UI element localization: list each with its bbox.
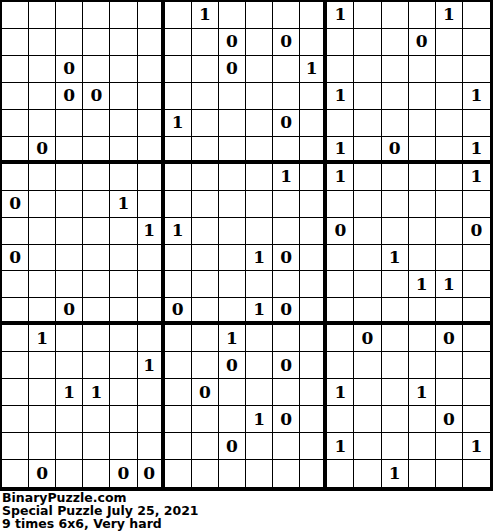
empty-cell-r18c9[interactable]	[219, 460, 246, 487]
empty-cell-r4c12[interactable]	[300, 83, 327, 110]
empty-cell-r11c2[interactable]	[29, 271, 56, 298]
given-cell-r13c9: 1	[219, 325, 246, 352]
empty-cell-r4c15[interactable]	[382, 83, 409, 110]
empty-cell-r3c8[interactable]	[192, 56, 219, 83]
empty-cell-r5c10[interactable]	[246, 110, 273, 137]
empty-cell-r3c7[interactable]	[165, 56, 192, 83]
empty-cell-r8c8[interactable]	[192, 191, 219, 218]
empty-cell-r14c8[interactable]	[192, 352, 219, 379]
empty-cell-r3c1[interactable]	[2, 56, 29, 83]
empty-cell-r18c14[interactable]	[354, 460, 381, 487]
empty-cell-r1c9[interactable]	[219, 2, 246, 29]
empty-cell-r12c2[interactable]	[29, 298, 56, 325]
empty-cell-r7c15[interactable]	[382, 164, 409, 191]
empty-cell-r12c13[interactable]	[327, 298, 354, 325]
empty-cell-r16c6[interactable]	[138, 406, 165, 433]
empty-cell-r12c4[interactable]	[83, 298, 110, 325]
empty-cell-r2c3[interactable]	[56, 29, 83, 56]
given-cell-r12c3: 0	[56, 298, 83, 325]
empty-cell-r4c11[interactable]	[273, 83, 300, 110]
empty-cell-r18c16[interactable]	[409, 460, 436, 487]
empty-cell-r10c5[interactable]	[110, 245, 137, 272]
empty-cell-r8c17[interactable]	[436, 191, 463, 218]
empty-cell-r1c2[interactable]	[29, 2, 56, 29]
empty-cell-r6c1[interactable]	[2, 137, 29, 164]
empty-cell-r14c1[interactable]	[2, 352, 29, 379]
empty-cell-r15c11[interactable]	[273, 379, 300, 406]
empty-cell-r18c11[interactable]	[273, 460, 300, 487]
empty-cell-r18c13[interactable]	[327, 460, 354, 487]
empty-cell-r4c1[interactable]	[2, 83, 29, 110]
given-cell-r7c11: 1	[273, 164, 300, 191]
empty-cell-r15c9[interactable]	[219, 379, 246, 406]
empty-cell-r8c14[interactable]	[354, 191, 381, 218]
empty-cell-r5c8[interactable]	[192, 110, 219, 137]
empty-cell-r9c9[interactable]	[219, 218, 246, 245]
empty-cell-r9c10[interactable]	[246, 218, 273, 245]
given-cell-r2c11: 0	[273, 29, 300, 56]
given-cell-r14c11: 0	[273, 352, 300, 379]
empty-cell-r11c7[interactable]	[165, 271, 192, 298]
empty-cell-r11c5[interactable]	[110, 271, 137, 298]
empty-cell-r8c13[interactable]	[327, 191, 354, 218]
empty-cell-r15c15[interactable]	[382, 379, 409, 406]
empty-cell-r3c18[interactable]	[463, 56, 490, 83]
empty-cell-r2c10[interactable]	[246, 29, 273, 56]
empty-cell-r17c6[interactable]	[138, 433, 165, 460]
empty-cell-r16c5[interactable]	[110, 406, 137, 433]
empty-cell-r12c17[interactable]	[436, 298, 463, 325]
empty-cell-r17c8[interactable]	[192, 433, 219, 460]
empty-cell-r8c18[interactable]	[463, 191, 490, 218]
empty-cell-r5c2[interactable]	[29, 110, 56, 137]
empty-cell-r16c7[interactable]	[165, 406, 192, 433]
empty-cell-r7c4[interactable]	[83, 164, 110, 191]
empty-cell-r4c6[interactable]	[138, 83, 165, 110]
empty-cell-r11c1[interactable]	[2, 271, 29, 298]
empty-cell-r5c6[interactable]	[138, 110, 165, 137]
empty-cell-r6c10[interactable]	[246, 137, 273, 164]
empty-cell-r8c10[interactable]	[246, 191, 273, 218]
empty-cell-r7c7[interactable]	[165, 164, 192, 191]
empty-cell-r16c8[interactable]	[192, 406, 219, 433]
empty-cell-r3c16[interactable]	[409, 56, 436, 83]
empty-cell-r7c10[interactable]	[246, 164, 273, 191]
given-cell-r18c5: 0	[110, 460, 137, 487]
empty-cell-r8c12[interactable]	[300, 191, 327, 218]
empty-cell-r15c7[interactable]	[165, 379, 192, 406]
empty-cell-r4c2[interactable]	[29, 83, 56, 110]
empty-cell-r12c18[interactable]	[463, 298, 490, 325]
empty-cell-r4c17[interactable]	[436, 83, 463, 110]
empty-cell-r6c14[interactable]	[354, 137, 381, 164]
given-cell-r6c13: 1	[327, 137, 354, 164]
empty-cell-r11c12[interactable]	[300, 271, 327, 298]
empty-cell-r10c2[interactable]	[29, 245, 56, 272]
empty-cell-r16c14[interactable]	[354, 406, 381, 433]
empty-cell-r1c1[interactable]	[2, 2, 29, 29]
given-cell-r12c10: 1	[246, 298, 273, 325]
empty-cell-r6c3[interactable]	[56, 137, 83, 164]
empty-cell-r11c15[interactable]	[382, 271, 409, 298]
given-cell-r12c7: 0	[165, 298, 192, 325]
empty-cell-r11c18[interactable]	[463, 271, 490, 298]
given-cell-r12c11: 0	[273, 298, 300, 325]
empty-cell-r9c11[interactable]	[273, 218, 300, 245]
empty-cell-r10c12[interactable]	[300, 245, 327, 272]
empty-cell-r4c9[interactable]	[219, 83, 246, 110]
empty-cell-r17c2[interactable]	[29, 433, 56, 460]
empty-cell-r9c2[interactable]	[29, 218, 56, 245]
empty-cell-r15c12[interactable]	[300, 379, 327, 406]
empty-cell-r2c1[interactable]	[2, 29, 29, 56]
empty-cell-r5c12[interactable]	[300, 110, 327, 137]
empty-cell-r6c7[interactable]	[165, 137, 192, 164]
empty-cell-r7c5[interactable]	[110, 164, 137, 191]
empty-cell-r7c12[interactable]	[300, 164, 327, 191]
empty-cell-r13c1[interactable]	[2, 325, 29, 352]
empty-cell-r7c2[interactable]	[29, 164, 56, 191]
empty-cell-r15c10[interactable]	[246, 379, 273, 406]
empty-cell-r6c11[interactable]	[273, 137, 300, 164]
given-cell-r10c15: 1	[382, 245, 409, 272]
empty-cell-r15c1[interactable]	[2, 379, 29, 406]
empty-cell-r5c13[interactable]	[327, 110, 354, 137]
empty-cell-r17c5[interactable]	[110, 433, 137, 460]
empty-cell-r14c18[interactable]	[463, 352, 490, 379]
empty-cell-r12c9[interactable]	[219, 298, 246, 325]
empty-cell-r6c17[interactable]	[436, 137, 463, 164]
empty-cell-r15c14[interactable]	[354, 379, 381, 406]
empty-cell-r10c8[interactable]	[192, 245, 219, 272]
empty-cell-r11c11[interactable]	[273, 271, 300, 298]
empty-cell-r7c3[interactable]	[56, 164, 83, 191]
empty-cell-r12c12[interactable]	[300, 298, 327, 325]
empty-cell-r14c3[interactable]	[56, 352, 83, 379]
given-cell-r4c18: 1	[463, 83, 490, 110]
empty-cell-r5c5[interactable]	[110, 110, 137, 137]
empty-cell-r16c4[interactable]	[83, 406, 110, 433]
given-cell-r10c10: 1	[246, 245, 273, 272]
given-cell-r17c13: 1	[327, 433, 354, 460]
empty-cell-r8c4[interactable]	[83, 191, 110, 218]
given-cell-r16c11: 0	[273, 406, 300, 433]
empty-cell-r4c10[interactable]	[246, 83, 273, 110]
empty-cell-r7c17[interactable]	[436, 164, 463, 191]
empty-cell-r10c6[interactable]	[138, 245, 165, 272]
empty-cell-r16c15[interactable]	[382, 406, 409, 433]
empty-cell-r16c12[interactable]	[300, 406, 327, 433]
empty-cell-r10c4[interactable]	[83, 245, 110, 272]
empty-cell-r9c1[interactable]	[2, 218, 29, 245]
given-cell-r11c16: 1	[409, 271, 436, 298]
empty-cell-r3c5[interactable]	[110, 56, 137, 83]
empty-cell-r16c9[interactable]	[219, 406, 246, 433]
empty-cell-r12c14[interactable]	[354, 298, 381, 325]
empty-cell-r9c5[interactable]	[110, 218, 137, 245]
empty-cell-r17c17[interactable]	[436, 433, 463, 460]
empty-cell-r16c16[interactable]	[409, 406, 436, 433]
empty-cell-r3c6[interactable]	[138, 56, 165, 83]
empty-cell-r13c15[interactable]	[382, 325, 409, 352]
empty-cell-r5c17[interactable]	[436, 110, 463, 137]
empty-cell-r4c7[interactable]	[165, 83, 192, 110]
given-cell-r11c17: 1	[436, 271, 463, 298]
empty-cell-r13c4[interactable]	[83, 325, 110, 352]
empty-cell-r8c11[interactable]	[273, 191, 300, 218]
empty-cell-r10c18[interactable]	[463, 245, 490, 272]
empty-cell-r9c15[interactable]	[382, 218, 409, 245]
empty-cell-r15c17[interactable]	[436, 379, 463, 406]
empty-cell-r5c1[interactable]	[2, 110, 29, 137]
empty-cell-r13c6[interactable]	[138, 325, 165, 352]
given-cell-r8c1: 0	[2, 191, 29, 218]
empty-cell-r11c9[interactable]	[219, 271, 246, 298]
empty-cell-r1c14[interactable]	[354, 2, 381, 29]
empty-cell-r18c1[interactable]	[2, 460, 29, 487]
empty-cell-r15c2[interactable]	[29, 379, 56, 406]
empty-cell-r3c2[interactable]	[29, 56, 56, 83]
empty-cell-r1c16[interactable]	[409, 2, 436, 29]
empty-cell-r5c4[interactable]	[83, 110, 110, 137]
empty-cell-r3c4[interactable]	[83, 56, 110, 83]
empty-cell-r1c18[interactable]	[463, 2, 490, 29]
empty-cell-r17c11[interactable]	[273, 433, 300, 460]
empty-cell-r18c8[interactable]	[192, 460, 219, 487]
empty-cell-r8c16[interactable]	[409, 191, 436, 218]
empty-cell-r8c3[interactable]	[56, 191, 83, 218]
given-cell-r1c13: 1	[327, 2, 354, 29]
empty-cell-r13c10[interactable]	[246, 325, 273, 352]
empty-cell-r13c16[interactable]	[409, 325, 436, 352]
empty-cell-r5c16[interactable]	[409, 110, 436, 137]
empty-cell-r14c5[interactable]	[110, 352, 137, 379]
given-cell-r6c18: 1	[463, 137, 490, 164]
empty-cell-r2c5[interactable]	[110, 29, 137, 56]
empty-cell-r17c3[interactable]	[56, 433, 83, 460]
empty-cell-r18c17[interactable]	[436, 460, 463, 487]
given-cell-r13c17: 0	[436, 325, 463, 352]
empty-cell-r2c17[interactable]	[436, 29, 463, 56]
empty-cell-r7c14[interactable]	[354, 164, 381, 191]
empty-cell-r5c15[interactable]	[382, 110, 409, 137]
empty-cell-r12c6[interactable]	[138, 298, 165, 325]
empty-cell-r17c4[interactable]	[83, 433, 110, 460]
empty-cell-r1c12[interactable]	[300, 2, 327, 29]
empty-cell-r11c3[interactable]	[56, 271, 83, 298]
empty-cell-r11c8[interactable]	[192, 271, 219, 298]
empty-cell-r18c7[interactable]	[165, 460, 192, 487]
empty-cell-r2c15[interactable]	[382, 29, 409, 56]
empty-cell-r9c3[interactable]	[56, 218, 83, 245]
empty-cell-r7c16[interactable]	[409, 164, 436, 191]
empty-cell-r18c18[interactable]	[463, 460, 490, 487]
empty-cell-r18c4[interactable]	[83, 460, 110, 487]
empty-cell-r10c14[interactable]	[354, 245, 381, 272]
empty-cell-r12c8[interactable]	[192, 298, 219, 325]
empty-cell-r5c9[interactable]	[219, 110, 246, 137]
empty-cell-r17c10[interactable]	[246, 433, 273, 460]
empty-cell-r5c18[interactable]	[463, 110, 490, 137]
empty-cell-r15c6[interactable]	[138, 379, 165, 406]
empty-cell-r9c14[interactable]	[354, 218, 381, 245]
empty-cell-r13c7[interactable]	[165, 325, 192, 352]
empty-cell-r10c9[interactable]	[219, 245, 246, 272]
empty-cell-r11c4[interactable]	[83, 271, 110, 298]
empty-cell-r17c12[interactable]	[300, 433, 327, 460]
empty-cell-r2c6[interactable]	[138, 29, 165, 56]
empty-cell-r6c6[interactable]	[138, 137, 165, 164]
given-cell-r5c11: 0	[273, 110, 300, 137]
empty-cell-r8c7[interactable]	[165, 191, 192, 218]
given-cell-r3c3: 0	[56, 56, 83, 83]
empty-cell-r15c18[interactable]	[463, 379, 490, 406]
empty-cell-r17c14[interactable]	[354, 433, 381, 460]
empty-cell-r9c16[interactable]	[409, 218, 436, 245]
empty-cell-r1c7[interactable]	[165, 2, 192, 29]
given-cell-r9c18: 0	[463, 218, 490, 245]
empty-cell-r17c16[interactable]	[409, 433, 436, 460]
empty-cell-r7c8[interactable]	[192, 164, 219, 191]
empty-cell-r2c18[interactable]	[463, 29, 490, 56]
empty-cell-r5c14[interactable]	[354, 110, 381, 137]
empty-cell-r14c14[interactable]	[354, 352, 381, 379]
given-cell-r1c8: 1	[192, 2, 219, 29]
empty-cell-r1c11[interactable]	[273, 2, 300, 29]
empty-cell-r12c16[interactable]	[409, 298, 436, 325]
empty-cell-r18c12[interactable]	[300, 460, 327, 487]
empty-cell-r14c10[interactable]	[246, 352, 273, 379]
given-cell-r17c9: 0	[219, 433, 246, 460]
empty-cell-r4c8[interactable]	[192, 83, 219, 110]
empty-cell-r9c8[interactable]	[192, 218, 219, 245]
empty-cell-r2c2[interactable]	[29, 29, 56, 56]
empty-cell-r13c8[interactable]	[192, 325, 219, 352]
empty-cell-r1c10[interactable]	[246, 2, 273, 29]
empty-cell-r2c8[interactable]	[192, 29, 219, 56]
empty-cell-r6c8[interactable]	[192, 137, 219, 164]
empty-cell-r2c7[interactable]	[165, 29, 192, 56]
empty-cell-r6c9[interactable]	[219, 137, 246, 164]
empty-cell-r6c16[interactable]	[409, 137, 436, 164]
empty-cell-r7c6[interactable]	[138, 164, 165, 191]
empty-cell-r6c4[interactable]	[83, 137, 110, 164]
empty-cell-r9c4[interactable]	[83, 218, 110, 245]
given-cell-r15c13: 1	[327, 379, 354, 406]
empty-cell-r14c17[interactable]	[436, 352, 463, 379]
empty-cell-r17c1[interactable]	[2, 433, 29, 460]
empty-cell-r2c12[interactable]	[300, 29, 327, 56]
empty-cell-r3c13[interactable]	[327, 56, 354, 83]
empty-cell-r3c10[interactable]	[246, 56, 273, 83]
empty-cell-r7c1[interactable]	[2, 164, 29, 191]
empty-cell-r13c13[interactable]	[327, 325, 354, 352]
empty-cell-r6c5[interactable]	[110, 137, 137, 164]
empty-cell-r16c18[interactable]	[463, 406, 490, 433]
empty-cell-r13c18[interactable]	[463, 325, 490, 352]
empty-cell-r16c2[interactable]	[29, 406, 56, 433]
empty-cell-r9c17[interactable]	[436, 218, 463, 245]
empty-cell-r17c7[interactable]	[165, 433, 192, 460]
given-cell-r3c9: 0	[219, 56, 246, 83]
empty-cell-r11c6[interactable]	[138, 271, 165, 298]
given-cell-r4c4: 0	[83, 83, 110, 110]
puzzle-page: 1110000010011100101111011100010111001011…	[0, 0, 493, 531]
empty-cell-r14c16[interactable]	[409, 352, 436, 379]
empty-cell-r12c15[interactable]	[382, 298, 409, 325]
empty-cell-r8c2[interactable]	[29, 191, 56, 218]
empty-cell-r16c13[interactable]	[327, 406, 354, 433]
empty-cell-r11c13[interactable]	[327, 271, 354, 298]
empty-cell-r14c15[interactable]	[382, 352, 409, 379]
empty-cell-r6c12[interactable]	[300, 137, 327, 164]
empty-cell-r1c5[interactable]	[110, 2, 137, 29]
empty-cell-r3c17[interactable]	[436, 56, 463, 83]
empty-cell-r8c9[interactable]	[219, 191, 246, 218]
empty-cell-r2c14[interactable]	[354, 29, 381, 56]
empty-cell-r10c16[interactable]	[409, 245, 436, 272]
empty-cell-r2c13[interactable]	[327, 29, 354, 56]
empty-cell-r10c17[interactable]	[436, 245, 463, 272]
given-cell-r14c6: 1	[138, 352, 165, 379]
empty-cell-r14c13[interactable]	[327, 352, 354, 379]
given-cell-r2c9: 0	[219, 29, 246, 56]
empty-cell-r4c5[interactable]	[110, 83, 137, 110]
empty-cell-r15c5[interactable]	[110, 379, 137, 406]
empty-cell-r17c15[interactable]	[382, 433, 409, 460]
empty-cell-r1c4[interactable]	[83, 2, 110, 29]
empty-cell-r14c12[interactable]	[300, 352, 327, 379]
footer: BinaryPuzzle.com Special Puzzle July 25,…	[0, 491, 493, 531]
empty-cell-r10c7[interactable]	[165, 245, 192, 272]
given-cell-r6c2: 0	[29, 137, 56, 164]
empty-cell-r14c7[interactable]	[165, 352, 192, 379]
empty-cell-r1c6[interactable]	[138, 2, 165, 29]
empty-cell-r13c11[interactable]	[273, 325, 300, 352]
empty-cell-r11c14[interactable]	[354, 271, 381, 298]
empty-cell-r13c3[interactable]	[56, 325, 83, 352]
empty-cell-r11c10[interactable]	[246, 271, 273, 298]
empty-cell-r8c6[interactable]	[138, 191, 165, 218]
empty-cell-r13c12[interactable]	[300, 325, 327, 352]
empty-cell-r18c3[interactable]	[56, 460, 83, 487]
empty-cell-r4c14[interactable]	[354, 83, 381, 110]
empty-cell-r7c9[interactable]	[219, 164, 246, 191]
empty-cell-r2c4[interactable]	[83, 29, 110, 56]
given-cell-r5c7: 1	[165, 110, 192, 137]
footer-info: 9 times 6x6, Very hard	[2, 517, 493, 530]
empty-cell-r13c5[interactable]	[110, 325, 137, 352]
empty-cell-r16c1[interactable]	[2, 406, 29, 433]
empty-cell-r10c3[interactable]	[56, 245, 83, 272]
empty-cell-r3c11[interactable]	[273, 56, 300, 83]
empty-cell-r14c2[interactable]	[29, 352, 56, 379]
empty-cell-r1c15[interactable]	[382, 2, 409, 29]
empty-cell-r16c3[interactable]	[56, 406, 83, 433]
empty-cell-r8c15[interactable]	[382, 191, 409, 218]
empty-cell-r12c1[interactable]	[2, 298, 29, 325]
empty-cell-r9c12[interactable]	[300, 218, 327, 245]
empty-cell-r3c15[interactable]	[382, 56, 409, 83]
empty-cell-r4c16[interactable]	[409, 83, 436, 110]
empty-cell-r14c4[interactable]	[83, 352, 110, 379]
empty-cell-r12c5[interactable]	[110, 298, 137, 325]
empty-cell-r1c3[interactable]	[56, 2, 83, 29]
empty-cell-r18c10[interactable]	[246, 460, 273, 487]
empty-cell-r10c13[interactable]	[327, 245, 354, 272]
empty-cell-r5c3[interactable]	[56, 110, 83, 137]
empty-cell-r3c14[interactable]	[354, 56, 381, 83]
